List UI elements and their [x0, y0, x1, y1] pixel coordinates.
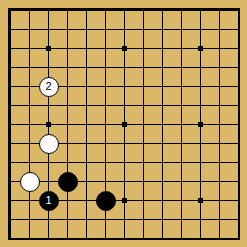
star-point	[46, 122, 51, 127]
board-cell	[10, 200, 29, 219]
board-cell	[162, 124, 181, 143]
board-cell	[219, 10, 238, 29]
board-cell	[10, 143, 29, 162]
board-cell	[162, 29, 181, 48]
board-cell	[67, 124, 86, 143]
board-cell	[105, 162, 124, 181]
board-cell	[162, 105, 181, 124]
board-cell	[10, 29, 29, 48]
white-stone	[39, 134, 59, 154]
board-cell	[162, 86, 181, 105]
board-cell	[124, 67, 143, 86]
board-cell	[181, 143, 200, 162]
move-number-label: 1	[45, 195, 51, 206]
star-point	[198, 122, 203, 127]
board-cell	[200, 162, 219, 181]
black-stone	[96, 191, 116, 211]
board-cell	[219, 67, 238, 86]
board-cell	[86, 29, 105, 48]
board-cell	[67, 105, 86, 124]
board-cell	[86, 143, 105, 162]
board-cell	[124, 143, 143, 162]
board-cell	[67, 86, 86, 105]
board-cell	[162, 162, 181, 181]
board-cell	[10, 105, 29, 124]
go-diagram: 21	[0, 0, 247, 247]
board-cell	[124, 219, 143, 238]
board-cell	[86, 124, 105, 143]
white-stone	[20, 172, 40, 192]
board-cell	[143, 143, 162, 162]
board-cell	[181, 67, 200, 86]
board-cell	[124, 10, 143, 29]
board-cell	[10, 86, 29, 105]
star-point	[46, 46, 51, 51]
star-point	[198, 46, 203, 51]
board-cell	[10, 124, 29, 143]
board-cell	[219, 181, 238, 200]
go-board: 21	[8, 8, 240, 240]
board-cell	[181, 162, 200, 181]
board-cell	[162, 67, 181, 86]
board-cell	[219, 86, 238, 105]
board-cell	[143, 219, 162, 238]
board-cell	[162, 10, 181, 29]
board-cell	[200, 86, 219, 105]
board-cell	[181, 86, 200, 105]
board-cell	[105, 86, 124, 105]
board-cell	[162, 200, 181, 219]
board-cell	[143, 124, 162, 143]
board-cell	[105, 143, 124, 162]
board-cell	[219, 29, 238, 48]
board-cell	[10, 48, 29, 67]
board-cell	[200, 143, 219, 162]
board-cell	[10, 10, 29, 29]
board-cell	[200, 219, 219, 238]
board-cell	[162, 48, 181, 67]
board-cell	[86, 105, 105, 124]
board-cell	[48, 219, 67, 238]
board-cell	[219, 48, 238, 67]
board-cell	[124, 86, 143, 105]
board-cell	[143, 181, 162, 200]
board-cell	[48, 10, 67, 29]
board-cell	[29, 219, 48, 238]
board-cell	[143, 162, 162, 181]
board-cell	[67, 143, 86, 162]
board-cell	[10, 219, 29, 238]
board-cell	[29, 10, 48, 29]
board-cell	[86, 86, 105, 105]
board-cell	[86, 10, 105, 29]
board-cell	[143, 48, 162, 67]
board-cell	[67, 48, 86, 67]
star-point	[122, 46, 127, 51]
board-cell	[86, 162, 105, 181]
board-cell	[143, 29, 162, 48]
board-cell	[86, 48, 105, 67]
board-cell	[86, 219, 105, 238]
board-cell	[162, 143, 181, 162]
board-cell	[143, 86, 162, 105]
board-cell	[162, 219, 181, 238]
board-cell	[162, 181, 181, 200]
board-cell	[67, 219, 86, 238]
board-cell	[200, 67, 219, 86]
board-cell	[181, 10, 200, 29]
board-cell	[219, 105, 238, 124]
star-point	[122, 122, 127, 127]
board-cell	[219, 219, 238, 238]
board-cell	[219, 124, 238, 143]
board-cell	[86, 67, 105, 86]
board-cell	[67, 67, 86, 86]
board-cell	[143, 105, 162, 124]
board-cell	[219, 143, 238, 162]
board-cell	[67, 200, 86, 219]
board-cell	[143, 200, 162, 219]
board-cell	[219, 200, 238, 219]
star-point	[198, 198, 203, 203]
board-cell	[67, 10, 86, 29]
move-number-label: 2	[45, 81, 51, 92]
white-stone: 2	[39, 77, 59, 97]
black-stone: 1	[39, 191, 59, 211]
board-cell	[105, 219, 124, 238]
board-cell	[105, 67, 124, 86]
board-cell	[67, 29, 86, 48]
board-cell	[10, 67, 29, 86]
board-cell	[143, 67, 162, 86]
board-cell	[219, 162, 238, 181]
board-cell	[143, 10, 162, 29]
board-cell	[124, 162, 143, 181]
board-cell	[181, 219, 200, 238]
black-stone	[58, 172, 78, 192]
board-cell	[105, 10, 124, 29]
star-point	[122, 198, 127, 203]
board-cell	[200, 10, 219, 29]
